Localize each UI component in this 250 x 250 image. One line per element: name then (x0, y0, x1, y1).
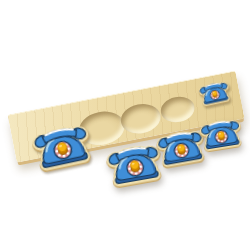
telephone-piece-sm (198, 115, 244, 153)
recess-small (158, 94, 196, 125)
telephone-icon (198, 115, 244, 153)
recess-medium (118, 100, 163, 136)
product-photo (0, 0, 250, 250)
